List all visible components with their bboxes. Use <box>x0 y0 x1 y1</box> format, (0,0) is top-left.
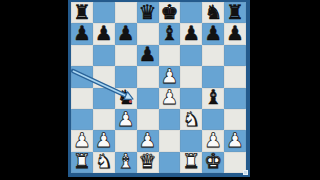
chess-board: ♜♛♚♞♜♟♟♟♝♟♟♟♟♟♞♟♝♟♞♟♟♟♟♟♜♞♝♛♜♚ <box>71 2 246 173</box>
square-d4[interactable] <box>137 88 159 109</box>
square-f2[interactable] <box>180 130 202 151</box>
square-d1[interactable]: ♛ <box>137 152 159 173</box>
white-pawn: ♟ <box>226 130 244 150</box>
square-h2[interactable]: ♟ <box>224 130 246 151</box>
white-knight: ♞ <box>182 109 200 129</box>
square-a6[interactable] <box>71 45 93 66</box>
square-a5[interactable] <box>71 66 93 87</box>
square-c3[interactable]: ♟ <box>115 109 137 130</box>
black-bishop: ♝ <box>204 87 222 107</box>
square-g2[interactable]: ♟ <box>202 130 224 151</box>
black-king: ♚ <box>160 2 178 22</box>
black-pawn: ♟ <box>117 23 135 43</box>
square-g7[interactable]: ♟ <box>202 23 224 44</box>
square-d7[interactable] <box>137 23 159 44</box>
black-pawn: ♟ <box>95 23 113 43</box>
square-a8[interactable]: ♜ <box>71 2 93 23</box>
square-a4[interactable] <box>71 88 93 109</box>
square-b1[interactable]: ♞ <box>93 152 115 173</box>
thumbnail-canvas: ♜♛♚♞♜♟♟♟♝♟♟♟♟♟♞♟♝♟♞♟♟♟♟♟♜♞♝♛♜♚ <box>0 0 320 180</box>
white-rook: ♜ <box>182 151 200 171</box>
square-d2[interactable]: ♟ <box>137 130 159 151</box>
watermark-dot <box>243 170 248 175</box>
square-f1[interactable]: ♜ <box>180 152 202 173</box>
square-d5[interactable] <box>137 66 159 87</box>
square-h4[interactable] <box>224 88 246 109</box>
square-a7[interactable]: ♟ <box>71 23 93 44</box>
square-h8[interactable]: ♜ <box>224 2 246 23</box>
square-h5[interactable] <box>224 66 246 87</box>
square-a2[interactable]: ♟ <box>71 130 93 151</box>
white-rook: ♜ <box>73 151 91 171</box>
square-f3[interactable]: ♞ <box>180 109 202 130</box>
black-pawn: ♟ <box>73 23 91 43</box>
square-b6[interactable] <box>93 45 115 66</box>
black-rook: ♜ <box>73 2 91 22</box>
white-bishop: ♝ <box>117 151 135 171</box>
square-b5[interactable] <box>93 66 115 87</box>
black-knight: ♞ <box>117 87 135 107</box>
black-pawn: ♟ <box>139 44 157 64</box>
square-e6[interactable] <box>159 45 181 66</box>
black-queen: ♛ <box>139 2 157 22</box>
black-pawn: ♟ <box>182 23 200 43</box>
square-d8[interactable]: ♛ <box>137 2 159 23</box>
square-f6[interactable] <box>180 45 202 66</box>
square-e4[interactable]: ♟ <box>159 88 181 109</box>
square-b7[interactable]: ♟ <box>93 23 115 44</box>
square-c6[interactable] <box>115 45 137 66</box>
black-rook: ♜ <box>226 2 244 22</box>
square-a1[interactable]: ♜ <box>71 152 93 173</box>
square-g6[interactable] <box>202 45 224 66</box>
black-bishop: ♝ <box>160 23 178 43</box>
square-d3[interactable] <box>137 109 159 130</box>
square-b3[interactable] <box>93 109 115 130</box>
square-e2[interactable] <box>159 130 181 151</box>
white-knight: ♞ <box>95 151 113 171</box>
square-c7[interactable]: ♟ <box>115 23 137 44</box>
black-pawn: ♟ <box>226 23 244 43</box>
square-f5[interactable] <box>180 66 202 87</box>
square-b4[interactable] <box>93 88 115 109</box>
white-pawn: ♟ <box>160 87 178 107</box>
white-pawn: ♟ <box>95 130 113 150</box>
square-g8[interactable]: ♞ <box>202 2 224 23</box>
white-queen: ♛ <box>139 151 157 171</box>
square-a3[interactable] <box>71 109 93 130</box>
black-pawn: ♟ <box>204 23 222 43</box>
square-c8[interactable] <box>115 2 137 23</box>
square-f4[interactable] <box>180 88 202 109</box>
black-knight: ♞ <box>204 2 222 22</box>
square-c4[interactable]: ♞ <box>115 88 137 109</box>
square-e1[interactable] <box>159 152 181 173</box>
square-g5[interactable] <box>202 66 224 87</box>
white-pawn: ♟ <box>139 130 157 150</box>
square-e5[interactable]: ♟ <box>159 66 181 87</box>
square-b8[interactable] <box>93 2 115 23</box>
square-e8[interactable]: ♚ <box>159 2 181 23</box>
square-c1[interactable]: ♝ <box>115 152 137 173</box>
square-g3[interactable] <box>202 109 224 130</box>
square-b2[interactable]: ♟ <box>93 130 115 151</box>
white-pawn: ♟ <box>117 109 135 129</box>
white-pawn: ♟ <box>160 66 178 86</box>
chess-board-frame: ♜♛♚♞♜♟♟♟♝♟♟♟♟♟♞♟♝♟♞♟♟♟♟♟♜♞♝♛♜♚ <box>68 0 250 177</box>
square-g1[interactable]: ♚ <box>202 152 224 173</box>
square-h3[interactable] <box>224 109 246 130</box>
white-pawn: ♟ <box>73 130 91 150</box>
white-king: ♚ <box>204 151 222 171</box>
square-e7[interactable]: ♝ <box>159 23 181 44</box>
square-f8[interactable] <box>180 2 202 23</box>
square-g4[interactable]: ♝ <box>202 88 224 109</box>
square-d6[interactable]: ♟ <box>137 45 159 66</box>
square-h7[interactable]: ♟ <box>224 23 246 44</box>
square-h6[interactable] <box>224 45 246 66</box>
square-c2[interactable] <box>115 130 137 151</box>
white-pawn: ♟ <box>204 130 222 150</box>
square-f7[interactable]: ♟ <box>180 23 202 44</box>
square-e3[interactable] <box>159 109 181 130</box>
square-c5[interactable] <box>115 66 137 87</box>
